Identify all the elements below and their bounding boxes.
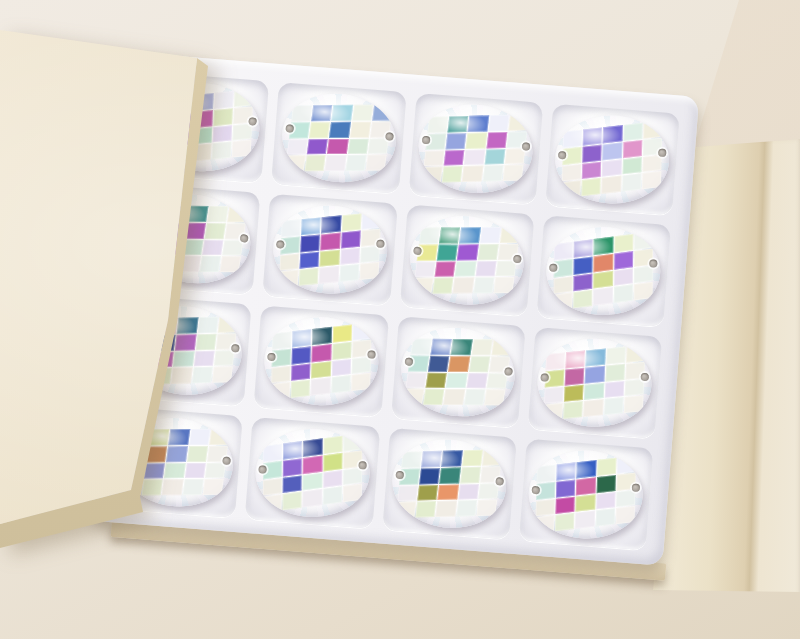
product-photo [0, 0, 800, 639]
box-lid [0, 0, 800, 639]
box-lid-top-face [0, 0, 800, 639]
